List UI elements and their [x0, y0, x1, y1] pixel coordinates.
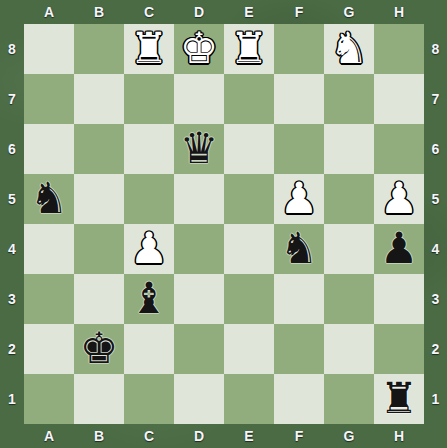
square-b4[interactable] — [74, 224, 124, 274]
square-e3[interactable] — [224, 274, 274, 324]
square-c6[interactable] — [124, 124, 174, 174]
piece-black-bishop-c3[interactable]: ♝ — [124, 274, 174, 324]
rank-labels-right-6: 6 — [424, 124, 447, 174]
rank-labels-right: 87654321 — [424, 24, 447, 424]
square-h3[interactable] — [374, 274, 424, 324]
file-labels-bottom-d: D — [174, 424, 224, 448]
file-labels-top-d: D — [174, 0, 224, 24]
rank-labels-left-1: 1 — [0, 374, 24, 424]
rank-labels-left-7: 7 — [0, 74, 24, 124]
rank-labels-right-7: 7 — [424, 74, 447, 124]
square-f2[interactable] — [274, 324, 324, 374]
square-c5[interactable] — [124, 174, 174, 224]
piece-white-rook-e8[interactable]: ♜ — [224, 24, 274, 74]
square-a1[interactable] — [24, 374, 74, 424]
square-g4[interactable] — [324, 224, 374, 274]
file-labels-top-g: G — [324, 0, 374, 24]
piece-white-knight-g8[interactable]: ♞ — [324, 24, 374, 74]
square-e8[interactable]: ♜ — [224, 24, 274, 74]
chess-board: ♜♚♜♞♛♞♟♟♟♞♟♝♚♜ — [24, 24, 424, 424]
piece-white-pawn-c4[interactable]: ♟ — [124, 224, 174, 274]
square-f8[interactable] — [274, 24, 324, 74]
square-d5[interactable] — [174, 174, 224, 224]
square-h4[interactable]: ♟ — [374, 224, 424, 274]
square-g2[interactable] — [324, 324, 374, 374]
square-b3[interactable] — [74, 274, 124, 324]
rank-labels-left-8: 8 — [0, 24, 24, 74]
square-h7[interactable] — [374, 74, 424, 124]
square-d1[interactable] — [174, 374, 224, 424]
square-a3[interactable] — [24, 274, 74, 324]
piece-white-king-d8[interactable]: ♚ — [174, 24, 224, 74]
file-labels-top-a: A — [24, 0, 74, 24]
square-e4[interactable] — [224, 224, 274, 274]
piece-black-pawn-h4[interactable]: ♟ — [374, 224, 424, 274]
file-labels-bottom-b: B — [74, 424, 124, 448]
square-a5[interactable]: ♞ — [24, 174, 74, 224]
square-h5[interactable]: ♟ — [374, 174, 424, 224]
file-labels-top-c: C — [124, 0, 174, 24]
file-labels-bottom: ABCDEFGH — [24, 424, 424, 448]
square-e2[interactable] — [224, 324, 274, 374]
piece-black-knight-a5[interactable]: ♞ — [24, 174, 74, 224]
square-c4[interactable]: ♟ — [124, 224, 174, 274]
square-b7[interactable] — [74, 74, 124, 124]
square-c3[interactable]: ♝ — [124, 274, 174, 324]
square-g8[interactable]: ♞ — [324, 24, 374, 74]
rank-labels-right-2: 2 — [424, 324, 447, 374]
square-e1[interactable] — [224, 374, 274, 424]
file-labels-top-f: F — [274, 0, 324, 24]
square-d6[interactable]: ♛ — [174, 124, 224, 174]
piece-black-knight-f4[interactable]: ♞ — [274, 224, 324, 274]
square-g5[interactable] — [324, 174, 374, 224]
rank-labels-right-1: 1 — [424, 374, 447, 424]
rank-labels-left-3: 3 — [0, 274, 24, 324]
square-a2[interactable] — [24, 324, 74, 374]
rank-labels-left: 87654321 — [0, 24, 24, 424]
square-b1[interactable] — [74, 374, 124, 424]
rank-labels-left-5: 5 — [0, 174, 24, 224]
square-h8[interactable] — [374, 24, 424, 74]
square-a4[interactable] — [24, 224, 74, 274]
file-labels-top-e: E — [224, 0, 274, 24]
file-labels-bottom-c: C — [124, 424, 174, 448]
square-d7[interactable] — [174, 74, 224, 124]
file-labels-top: ABCDEFGH — [24, 0, 424, 24]
rank-labels-left-4: 4 — [0, 224, 24, 274]
square-d4[interactable] — [174, 224, 224, 274]
rank-labels-right-8: 8 — [424, 24, 447, 74]
file-labels-top-h: H — [374, 0, 424, 24]
square-c7[interactable] — [124, 74, 174, 124]
square-e5[interactable] — [224, 174, 274, 224]
square-b6[interactable] — [74, 124, 124, 174]
square-a6[interactable] — [24, 124, 74, 174]
square-g3[interactable] — [324, 274, 374, 324]
piece-white-rook-c8[interactable]: ♜ — [124, 24, 174, 74]
file-labels-top-b: B — [74, 0, 124, 24]
square-g7[interactable] — [324, 74, 374, 124]
square-f1[interactable] — [274, 374, 324, 424]
square-e7[interactable] — [224, 74, 274, 124]
rank-labels-right-5: 5 — [424, 174, 447, 224]
square-h1[interactable]: ♜ — [374, 374, 424, 424]
file-labels-bottom-g: G — [324, 424, 374, 448]
square-f3[interactable] — [274, 274, 324, 324]
file-labels-bottom-h: H — [374, 424, 424, 448]
piece-black-queen-d6[interactable]: ♛ — [174, 124, 224, 174]
piece-black-rook-h1[interactable]: ♜ — [374, 374, 424, 424]
square-d8[interactable]: ♚ — [174, 24, 224, 74]
square-b8[interactable] — [74, 24, 124, 74]
square-c8[interactable]: ♜ — [124, 24, 174, 74]
square-f6[interactable] — [274, 124, 324, 174]
square-a7[interactable] — [24, 74, 74, 124]
piece-white-pawn-h5[interactable]: ♟ — [374, 174, 424, 224]
square-d3[interactable] — [174, 274, 224, 324]
piece-white-pawn-f5[interactable]: ♟ — [274, 174, 324, 224]
square-e6[interactable] — [224, 124, 274, 174]
square-g6[interactable] — [324, 124, 374, 174]
file-labels-bottom-e: E — [224, 424, 274, 448]
rank-labels-right-3: 3 — [424, 274, 447, 324]
square-f5[interactable]: ♟ — [274, 174, 324, 224]
square-c1[interactable] — [124, 374, 174, 424]
piece-black-king-b2[interactable]: ♚ — [74, 324, 124, 374]
square-b5[interactable] — [74, 174, 124, 224]
chess-app-window: ABCDEFGH ABCDEFGH 87654321 87654321 ♜♚♜♞… — [0, 0, 447, 448]
file-labels-bottom-a: A — [24, 424, 74, 448]
file-labels-bottom-f: F — [274, 424, 324, 448]
square-g1[interactable] — [324, 374, 374, 424]
rank-labels-left-2: 2 — [0, 324, 24, 374]
square-h6[interactable] — [374, 124, 424, 174]
square-h2[interactable] — [374, 324, 424, 374]
square-f4[interactable]: ♞ — [274, 224, 324, 274]
square-c2[interactable] — [124, 324, 174, 374]
square-b2[interactable]: ♚ — [74, 324, 124, 374]
square-f7[interactable] — [274, 74, 324, 124]
rank-labels-right-4: 4 — [424, 224, 447, 274]
square-d2[interactable] — [174, 324, 224, 374]
square-a8[interactable] — [24, 24, 74, 74]
rank-labels-left-6: 6 — [0, 124, 24, 174]
